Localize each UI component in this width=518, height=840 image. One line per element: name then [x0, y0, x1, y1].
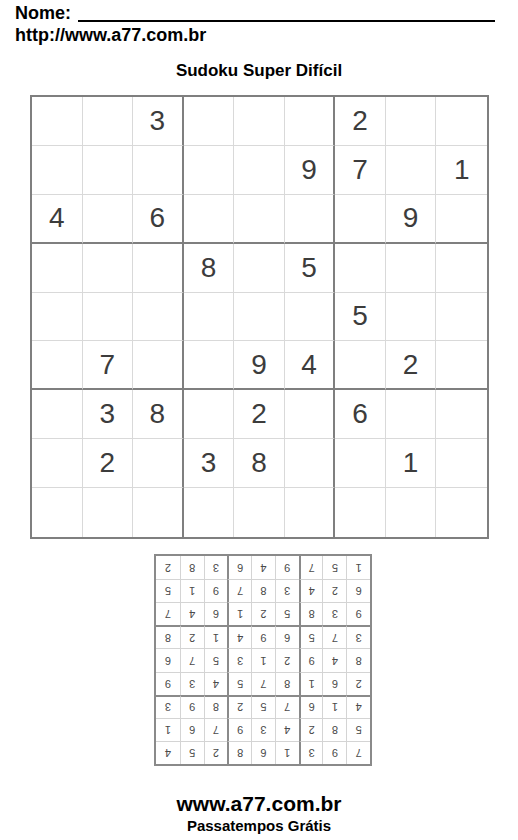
solution-cell-r8c4: 3 — [275, 579, 299, 602]
solution-cell-r1c2: 9 — [322, 741, 346, 764]
cell-r1c1[interactable] — [32, 97, 83, 146]
cell-r6c7[interactable] — [335, 341, 386, 390]
cell-r5c2[interactable] — [83, 293, 134, 342]
solution-cell-r7c1: 9 — [346, 602, 370, 625]
solution-cell-r5c6: 3 — [227, 648, 251, 671]
solution-cell-r2c3: 2 — [299, 718, 323, 741]
cell-r9c1[interactable] — [32, 488, 83, 537]
solution-cell-r5c9: 6 — [156, 648, 180, 671]
cell-r3c8[interactable]: 9 — [386, 195, 437, 244]
solution-cell-r7c4: 5 — [275, 602, 299, 625]
cell-r6c8[interactable]: 2 — [386, 341, 437, 390]
solution-cell-r9c4: 9 — [275, 556, 299, 579]
solution-cell-r6c1: 3 — [346, 625, 370, 648]
cell-r8c8[interactable]: 1 — [386, 439, 437, 488]
cell-r7c3[interactable]: 8 — [133, 390, 184, 439]
cell-r1c2[interactable] — [83, 97, 134, 146]
solution-cell-r6c6: 4 — [227, 625, 251, 648]
cell-r7c6[interactable] — [285, 390, 336, 439]
solution-cell-r7c3: 8 — [299, 602, 323, 625]
solution-cell-r7c6: 1 — [227, 602, 251, 625]
cell-r3c2[interactable] — [83, 195, 134, 244]
solution-cell-r6c5: 9 — [251, 625, 275, 648]
cell-r6c3[interactable] — [133, 341, 184, 390]
footer-site-link[interactable]: www.a77.com.br — [0, 792, 518, 816]
solution-cell-r8c8: 1 — [180, 579, 204, 602]
solution-cell-r5c4: 2 — [275, 648, 299, 671]
cell-r6c2[interactable]: 7 — [83, 341, 134, 390]
solution-cell-r2c2: 8 — [322, 718, 346, 741]
solution-cell-r3c4: 7 — [275, 695, 299, 718]
solution-cell-r1c5: 6 — [251, 741, 275, 764]
puzzle-title: Sudoku Super Difícil — [0, 61, 518, 81]
solution-cell-r5c1: 8 — [346, 648, 370, 671]
solution-cell-r8c6: 7 — [227, 579, 251, 602]
solution-cell-r1c9: 4 — [156, 741, 180, 764]
cell-r9c8[interactable] — [386, 488, 437, 537]
cell-r3c6[interactable] — [285, 195, 336, 244]
cell-r4c2[interactable] — [83, 244, 134, 293]
solution-cell-r1c8: 5 — [180, 741, 204, 764]
cell-r7c2[interactable]: 3 — [83, 390, 134, 439]
solution-cell-r3c7: 8 — [204, 695, 228, 718]
solution-cell-r1c6: 8 — [227, 741, 251, 764]
solution-cell-r2c4: 4 — [275, 718, 299, 741]
solution-cell-r6c7: 1 — [204, 625, 228, 648]
cell-r5c6[interactable] — [285, 293, 336, 342]
solution-cell-r4c6: 5 — [227, 672, 251, 695]
solution-board-rotated: 7931682545824397614167528932618754398492… — [154, 554, 372, 766]
name-label: Nome: — [15, 3, 71, 24]
cell-r9c4[interactable] — [184, 488, 235, 537]
cell-r8c6[interactable] — [285, 439, 336, 488]
cell-r9c3[interactable] — [133, 488, 184, 537]
cell-r3c5[interactable] — [234, 195, 285, 244]
cell-r4c7[interactable] — [335, 244, 386, 293]
solution-cell-r3c8: 9 — [180, 695, 204, 718]
cell-r8c1[interactable] — [32, 439, 83, 488]
cell-r2c2[interactable] — [83, 146, 134, 195]
solution-cell-r7c7: 6 — [204, 602, 228, 625]
solution-cell-r6c9: 8 — [156, 625, 180, 648]
solution-cell-r9c2: 5 — [322, 556, 346, 579]
cell-r4c4[interactable]: 8 — [184, 244, 235, 293]
cell-r4c5[interactable] — [234, 244, 285, 293]
sudoku-worksheet-page: Nome: http://www.a77.com.br Sudoku Super… — [0, 0, 518, 840]
cell-r3c9[interactable] — [436, 195, 487, 244]
cell-r2c3[interactable] — [133, 146, 184, 195]
cell-r1c6[interactable] — [285, 97, 336, 146]
cell-r7c4[interactable] — [184, 390, 235, 439]
solution-cell-r4c1: 2 — [346, 672, 370, 695]
cell-r4c3[interactable] — [133, 244, 184, 293]
cell-r5c5[interactable] — [234, 293, 285, 342]
solution-cell-r1c4: 1 — [275, 741, 299, 764]
site-url-link[interactable]: http://www.a77.com.br — [15, 25, 206, 46]
solution-cell-r2c9: 1 — [156, 718, 180, 741]
solution-cell-r7c8: 4 — [180, 602, 204, 625]
solution-cell-r4c3: 1 — [299, 672, 323, 695]
solution-cell-r3c6: 2 — [227, 695, 251, 718]
cell-r2c9[interactable]: 1 — [436, 146, 487, 195]
solution-cell-r6c2: 7 — [322, 625, 346, 648]
solution-cell-r2c8: 6 — [180, 718, 204, 741]
solution-cell-r9c3: 7 — [299, 556, 323, 579]
solution-cell-r3c1: 4 — [346, 695, 370, 718]
cell-r1c5[interactable] — [234, 97, 285, 146]
solution-cell-r4c2: 6 — [322, 672, 346, 695]
solution-cell-r9c7: 3 — [204, 556, 228, 579]
cell-r9c9[interactable] — [436, 488, 487, 537]
cell-r7c9[interactable] — [436, 390, 487, 439]
cell-r7c7[interactable]: 6 — [335, 390, 386, 439]
solution-cell-r4c5: 7 — [251, 672, 275, 695]
cell-r1c9[interactable] — [436, 97, 487, 146]
cell-r6c1[interactable] — [32, 341, 83, 390]
solution-cell-r3c3: 6 — [299, 695, 323, 718]
cell-r7c8[interactable] — [386, 390, 437, 439]
solution-cell-r3c5: 5 — [251, 695, 275, 718]
solution-cell-r9c1: 1 — [346, 556, 370, 579]
cell-r6c4[interactable] — [184, 341, 235, 390]
cell-r9c2[interactable] — [83, 488, 134, 537]
cell-r2c5[interactable] — [234, 146, 285, 195]
solution-cell-r2c6: 9 — [227, 718, 251, 741]
cell-r8c5[interactable]: 8 — [234, 439, 285, 488]
cell-r1c3[interactable]: 3 — [133, 97, 184, 146]
cell-r1c4[interactable] — [184, 97, 235, 146]
cell-r2c6[interactable]: 9 — [285, 146, 336, 195]
cell-r4c8[interactable] — [386, 244, 437, 293]
cell-r3c1[interactable]: 4 — [32, 195, 83, 244]
solution-cell-r7c2: 3 — [322, 602, 346, 625]
cell-r3c3[interactable]: 6 — [133, 195, 184, 244]
cell-r3c4[interactable] — [184, 195, 235, 244]
cell-r8c9[interactable] — [436, 439, 487, 488]
solution-cell-r7c5: 2 — [251, 602, 275, 625]
solution-cell-r1c7: 2 — [204, 741, 228, 764]
solution-cell-r2c1: 5 — [346, 718, 370, 741]
solution-cell-r7c9: 7 — [156, 602, 180, 625]
solution-cell-r8c2: 2 — [322, 579, 346, 602]
solution-cell-r5c8: 7 — [180, 648, 204, 671]
solution-cell-r4c9: 9 — [156, 672, 180, 695]
cell-r6c6[interactable]: 4 — [285, 341, 336, 390]
cell-r2c1[interactable] — [32, 146, 83, 195]
name-fill-line — [78, 1, 495, 22]
cell-r9c5[interactable] — [234, 488, 285, 537]
cell-r5c9[interactable] — [436, 293, 487, 342]
solution-cell-r6c4: 6 — [275, 625, 299, 648]
cell-r2c7[interactable]: 7 — [335, 146, 386, 195]
cell-r9c7[interactable] — [335, 488, 386, 537]
cell-r4c9[interactable] — [436, 244, 487, 293]
cell-r9c6[interactable] — [285, 488, 336, 537]
cell-r5c3[interactable] — [133, 293, 184, 342]
solution-cell-r4c7: 4 — [204, 672, 228, 695]
solution-cell-r3c9: 3 — [156, 695, 180, 718]
cell-r3c7[interactable] — [335, 195, 386, 244]
cell-r8c3[interactable] — [133, 439, 184, 488]
solution-cell-r8c1: 6 — [346, 579, 370, 602]
cell-r5c1[interactable] — [32, 293, 83, 342]
solution-cell-r1c1: 7 — [346, 741, 370, 764]
cell-r4c1[interactable] — [32, 244, 83, 293]
solution-cell-r9c9: 2 — [156, 556, 180, 579]
solution-cell-r9c8: 8 — [180, 556, 204, 579]
cell-r5c4[interactable] — [184, 293, 235, 342]
cell-r4c6[interactable]: 5 — [285, 244, 336, 293]
cell-r2c4[interactable] — [184, 146, 235, 195]
solution-cell-r5c7: 5 — [204, 648, 228, 671]
solution-cell-r5c3: 9 — [299, 648, 323, 671]
cell-r5c8[interactable] — [386, 293, 437, 342]
cell-r1c7[interactable]: 2 — [335, 97, 386, 146]
footer-tagline: Passatempos Grátis — [0, 817, 518, 834]
cell-r8c7[interactable] — [335, 439, 386, 488]
solution-cell-r4c8: 3 — [180, 672, 204, 695]
sudoku-board: 32971469855794238262381 — [30, 95, 489, 539]
solution-cell-r3c2: 1 — [322, 695, 346, 718]
solution-cell-r8c9: 5 — [156, 579, 180, 602]
cell-r6c5[interactable]: 9 — [234, 341, 285, 390]
solution-cell-r5c2: 4 — [322, 648, 346, 671]
solution-cell-r1c3: 3 — [299, 741, 323, 764]
solution-cell-r5c5: 1 — [251, 648, 275, 671]
cell-r2c8[interactable] — [386, 146, 437, 195]
solution-cell-r6c3: 5 — [299, 625, 323, 648]
solution-cell-r2c7: 7 — [204, 718, 228, 741]
solution-cell-r9c6: 6 — [227, 556, 251, 579]
solution-cell-r4c4: 8 — [275, 672, 299, 695]
cell-r5c7[interactable]: 5 — [335, 293, 386, 342]
cell-r6c9[interactable] — [436, 341, 487, 390]
cell-r8c4[interactable]: 3 — [184, 439, 235, 488]
cell-r8c2[interactable]: 2 — [83, 439, 134, 488]
cell-r1c8[interactable] — [386, 97, 437, 146]
solution-cell-r8c5: 8 — [251, 579, 275, 602]
solution-cell-r6c8: 2 — [180, 625, 204, 648]
solution-cell-r8c7: 9 — [204, 579, 228, 602]
solution-cell-r2c5: 3 — [251, 718, 275, 741]
solution-cell-r8c3: 4 — [299, 579, 323, 602]
cell-r7c1[interactable] — [32, 390, 83, 439]
cell-r7c5[interactable]: 2 — [234, 390, 285, 439]
solution-cell-r9c5: 4 — [251, 556, 275, 579]
